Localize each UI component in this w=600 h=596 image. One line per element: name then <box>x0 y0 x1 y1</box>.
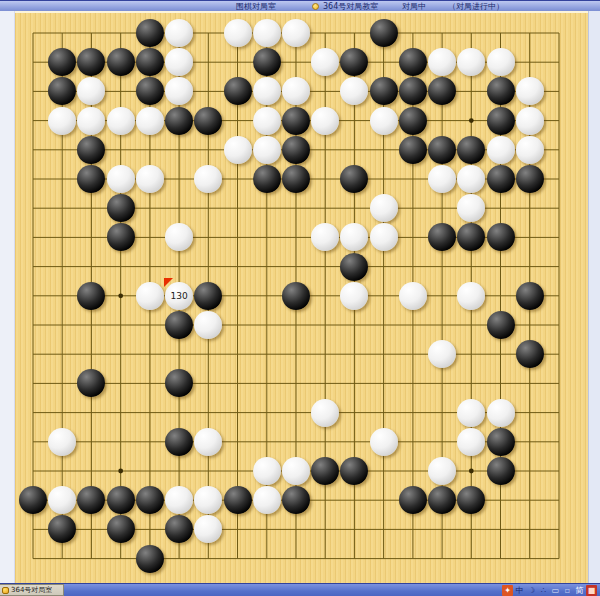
stone-white <box>340 77 368 105</box>
stone-black <box>224 486 252 514</box>
stone-white <box>194 486 222 514</box>
stone-black <box>77 165 105 193</box>
stone-white <box>107 107 135 135</box>
stone-white: 130 <box>165 282 193 310</box>
stone-white <box>136 282 164 310</box>
stone-white <box>399 282 427 310</box>
stone-white <box>428 165 456 193</box>
stone-black <box>282 136 310 164</box>
stone-white <box>340 223 368 251</box>
stone-black <box>370 19 398 47</box>
stone-black <box>48 48 76 76</box>
stone-white <box>516 77 544 105</box>
stone-white <box>194 165 222 193</box>
stone-black <box>224 77 252 105</box>
stone-white <box>165 486 193 514</box>
stone-black <box>340 165 368 193</box>
stone-black <box>107 48 135 76</box>
pen-dots-icon[interactable]: ∴ <box>538 585 549 596</box>
stone-white <box>370 223 398 251</box>
system-tray: ✦中☽∴▭▫简■ <box>502 584 600 596</box>
stone-white <box>282 457 310 485</box>
stone-black <box>136 19 164 47</box>
stone-black <box>487 223 515 251</box>
stone-black <box>77 136 105 164</box>
stone-white <box>428 457 456 485</box>
stone-black <box>516 165 544 193</box>
stone-white <box>165 223 193 251</box>
stone-black <box>194 107 222 135</box>
stone-white <box>224 136 252 164</box>
stone-black <box>457 136 485 164</box>
window-left-margin <box>0 11 15 583</box>
stone-white <box>282 77 310 105</box>
stone-black <box>77 48 105 76</box>
stone-black <box>457 486 485 514</box>
stone-black <box>165 515 193 543</box>
stone-white <box>457 428 485 456</box>
stone-white <box>136 107 164 135</box>
stone-white <box>165 19 193 47</box>
stone-black <box>19 486 47 514</box>
stone-white <box>457 48 485 76</box>
stone-black <box>282 165 310 193</box>
classroom-title: 364号对局教室 <box>323 2 378 11</box>
stone-black <box>487 165 515 193</box>
stone-white <box>457 399 485 427</box>
stone-white <box>487 399 515 427</box>
stone-black <box>165 311 193 339</box>
signal-icon[interactable]: ■ <box>586 585 597 596</box>
stone-black <box>107 223 135 251</box>
game-progress-note: （对局进行中） <box>448 2 504 11</box>
stone-black <box>399 77 427 105</box>
stone-white <box>107 165 135 193</box>
stone-black <box>194 282 222 310</box>
window-right-margin[interactable] <box>588 11 600 583</box>
stone-white <box>224 19 252 47</box>
stone-black <box>487 428 515 456</box>
stone-white <box>194 428 222 456</box>
stone-white <box>311 223 339 251</box>
stone-black <box>282 282 310 310</box>
stone-white <box>487 136 515 164</box>
stone-white <box>253 136 281 164</box>
stone-black <box>77 369 105 397</box>
stone-black <box>282 107 310 135</box>
stone-white <box>165 77 193 105</box>
game-status: 对局中 <box>402 2 426 11</box>
stone-black <box>340 253 368 281</box>
moon-icon[interactable]: ☽ <box>526 585 537 596</box>
stone-black <box>77 486 105 514</box>
messenger-icon[interactable]: ✦ <box>502 585 513 596</box>
stone-black <box>399 107 427 135</box>
stone-black <box>165 428 193 456</box>
stone-white <box>194 311 222 339</box>
stone-white <box>48 428 76 456</box>
stone-black <box>136 486 164 514</box>
stone-black <box>165 369 193 397</box>
stone-black <box>282 486 310 514</box>
stone-black <box>340 48 368 76</box>
stone-black <box>457 223 485 251</box>
taskbar: 364号对局室 ✦中☽∴▭▫简■ <box>0 583 600 596</box>
keyboard-icon[interactable]: ▭ <box>550 585 561 596</box>
stone-black <box>340 457 368 485</box>
stone-white <box>48 486 76 514</box>
stone-black <box>136 48 164 76</box>
ime-chinese-icon[interactable]: 中 <box>514 585 525 596</box>
stone-black <box>48 77 76 105</box>
stones-layer: 130 <box>15 13 588 583</box>
go-app-icon <box>2 587 9 594</box>
stone-black <box>253 165 281 193</box>
stone-white <box>516 136 544 164</box>
stone-white <box>253 19 281 47</box>
stone-black <box>136 77 164 105</box>
stone-black <box>77 282 105 310</box>
stone-white <box>487 48 515 76</box>
stone-white <box>428 48 456 76</box>
stone-white <box>282 19 310 47</box>
stone-black <box>370 77 398 105</box>
stone-white <box>457 194 485 222</box>
smiley-icon <box>312 3 319 10</box>
stone-black <box>165 107 193 135</box>
tray-separator-icon[interactable]: ▫ <box>562 585 573 596</box>
stone-white <box>253 457 281 485</box>
stone-black <box>399 48 427 76</box>
stone-white <box>311 107 339 135</box>
stone-white <box>340 282 368 310</box>
stone-black <box>428 486 456 514</box>
stone-white <box>370 194 398 222</box>
stone-white <box>253 486 281 514</box>
stone-black <box>311 457 339 485</box>
go-board[interactable]: 130 <box>15 11 588 583</box>
stone-white <box>428 340 456 368</box>
move-number-label: 130 <box>165 282 193 310</box>
stone-white <box>311 48 339 76</box>
stone-black <box>399 486 427 514</box>
stone-white <box>516 107 544 135</box>
stone-black <box>516 340 544 368</box>
stone-black <box>399 136 427 164</box>
stone-white <box>136 165 164 193</box>
stone-black <box>107 486 135 514</box>
stone-white <box>457 282 485 310</box>
stone-black <box>487 457 515 485</box>
room-title: 围棋对局室 <box>236 2 276 11</box>
stone-white <box>253 77 281 105</box>
stone-black <box>107 194 135 222</box>
stone-black <box>48 515 76 543</box>
ime-simplified-icon[interactable]: 简 <box>574 585 585 596</box>
stone-white <box>77 77 105 105</box>
stone-black <box>107 515 135 543</box>
stone-black <box>516 282 544 310</box>
stone-black <box>428 77 456 105</box>
stone-white <box>457 165 485 193</box>
stone-white <box>165 48 193 76</box>
stone-black <box>136 545 164 573</box>
stone-black <box>428 223 456 251</box>
stone-white <box>194 515 222 543</box>
stone-black <box>428 136 456 164</box>
stone-white <box>370 428 398 456</box>
stone-white <box>253 107 281 135</box>
title-bar: 围棋对局室 364号对局教室 对局中 （对局进行中） <box>0 0 600 11</box>
taskbar-button-label: 364号对局室 <box>11 585 52 595</box>
taskbar-room-button[interactable]: 364号对局室 <box>0 584 64 596</box>
stone-black <box>487 77 515 105</box>
stone-white <box>370 107 398 135</box>
stone-black <box>487 311 515 339</box>
stone-black <box>253 48 281 76</box>
stone-white <box>77 107 105 135</box>
stone-black <box>487 107 515 135</box>
stone-white <box>311 399 339 427</box>
stone-white <box>48 107 76 135</box>
